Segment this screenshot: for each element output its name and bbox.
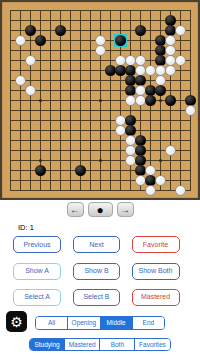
- white-stone: [145, 65, 156, 76]
- black-stone: [125, 125, 136, 136]
- move-nav-row: ← ● →: [0, 202, 200, 218]
- segment-mastered[interactable]: Mastered: [65, 339, 100, 351]
- black-stone: [155, 85, 166, 96]
- prev-move-button[interactable]: ←: [67, 202, 84, 217]
- black-stone: [165, 95, 176, 106]
- next-button[interactable]: Next: [73, 236, 120, 253]
- grid-line-horizontal: [10, 190, 191, 191]
- star-point: [159, 159, 162, 162]
- white-stone: [135, 175, 146, 186]
- black-stone: [145, 95, 156, 106]
- white-stone: [155, 65, 166, 76]
- white-stone: [25, 85, 36, 96]
- black-stone: [125, 85, 136, 96]
- white-stone: [185, 105, 196, 116]
- black-stone: [165, 25, 176, 36]
- segment-both[interactable]: Both: [100, 339, 135, 351]
- select-a-button[interactable]: Select A: [13, 289, 61, 306]
- select-b-button[interactable]: Select B: [73, 289, 120, 306]
- white-stone: [155, 75, 166, 86]
- current-stone-button[interactable]: ●: [88, 202, 113, 217]
- go-board[interactable]: [0, 0, 200, 200]
- white-stone: [125, 95, 136, 106]
- white-stone: [165, 145, 176, 156]
- black-stone: [155, 55, 166, 66]
- app-screen: ← ● → ID: 1 Previous Next Favorite Show …: [0, 0, 200, 355]
- black-stone: [125, 115, 136, 126]
- phase-segmented-control: All Opening Middle End: [35, 316, 165, 330]
- star-point: [159, 99, 162, 102]
- black-stone: [135, 145, 146, 156]
- white-stone: [15, 35, 26, 46]
- show-both-button[interactable]: Show Both: [132, 263, 180, 280]
- show-a-button[interactable]: Show A: [13, 263, 61, 280]
- black-stone: [25, 25, 36, 36]
- white-stone: [125, 135, 136, 146]
- segment-end[interactable]: End: [133, 317, 164, 329]
- white-stone: [175, 185, 186, 196]
- white-stone: [115, 115, 126, 126]
- black-stone: [145, 175, 156, 186]
- white-stone: [115, 55, 126, 66]
- white-stone: [145, 165, 156, 176]
- grid-line-vertical: [180, 10, 181, 191]
- grid-line-horizontal: [10, 120, 191, 121]
- segment-favorites[interactable]: Favorites: [135, 339, 169, 351]
- grid-line-horizontal: [10, 130, 191, 131]
- star-point: [99, 99, 102, 102]
- grid-line-horizontal: [10, 150, 191, 151]
- white-stone: [135, 55, 146, 66]
- black-stone: [165, 15, 176, 26]
- white-stone: [115, 125, 126, 136]
- black-stone: [125, 75, 136, 86]
- grid-line-horizontal: [10, 110, 191, 111]
- black-stone: [75, 165, 86, 176]
- grid-line-vertical: [110, 10, 111, 191]
- show-b-button[interactable]: Show B: [73, 263, 120, 280]
- white-stone: [15, 75, 26, 86]
- star-point: [39, 159, 42, 162]
- black-stone: [35, 35, 46, 46]
- black-stone: [155, 35, 166, 46]
- white-stone: [165, 45, 176, 56]
- black-stone: [135, 25, 146, 36]
- white-stone: [175, 55, 186, 66]
- segment-middle[interactable]: Middle: [101, 317, 133, 329]
- black-stone: [185, 95, 196, 106]
- black-stone: [155, 45, 166, 56]
- black-stone: [135, 135, 146, 146]
- black-stone: [115, 65, 126, 76]
- white-stone: [25, 55, 36, 66]
- white-stone: [125, 145, 136, 156]
- black-stone: [35, 165, 46, 176]
- white-stone: [135, 65, 146, 76]
- white-stone: [175, 25, 186, 36]
- white-stone: [125, 155, 136, 166]
- black-stone: [115, 35, 126, 46]
- black-stone: [125, 65, 136, 76]
- problem-id-label: ID: 1: [18, 223, 34, 232]
- mastered-button[interactable]: Mastered: [132, 289, 180, 306]
- segment-all[interactable]: All: [36, 317, 68, 329]
- black-stone: [105, 65, 116, 76]
- star-point: [39, 99, 42, 102]
- white-stone: [95, 35, 106, 46]
- segment-opening[interactable]: Opening: [68, 317, 100, 329]
- white-stone: [135, 95, 146, 106]
- previous-button[interactable]: Previous: [13, 236, 61, 253]
- white-stone: [165, 55, 176, 66]
- segment-studying[interactable]: Studying: [30, 339, 65, 351]
- black-stone: [135, 75, 146, 86]
- black-stone: [145, 85, 156, 96]
- white-stone: [155, 175, 166, 186]
- white-stone: [165, 65, 176, 76]
- favorite-button[interactable]: Favorite: [132, 236, 180, 253]
- white-stone: [145, 185, 156, 196]
- white-stone: [125, 55, 136, 66]
- black-stone: [135, 155, 146, 166]
- next-move-button[interactable]: →: [117, 202, 134, 217]
- black-stone: [135, 165, 146, 176]
- star-point: [99, 159, 102, 162]
- settings-gear-button[interactable]: ⚙: [6, 311, 27, 332]
- gear-icon: ⚙: [10, 314, 23, 330]
- white-stone: [165, 35, 176, 46]
- white-stone: [135, 85, 146, 96]
- grid-line-horizontal: [10, 140, 191, 141]
- filter-segmented-control: Studying Mastered Both Favorites: [29, 338, 171, 352]
- white-stone: [95, 45, 106, 56]
- black-stone: [55, 25, 66, 36]
